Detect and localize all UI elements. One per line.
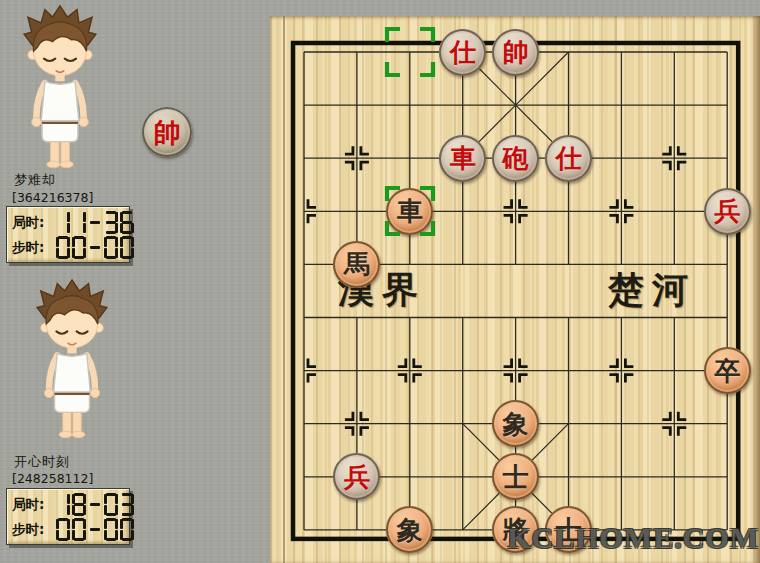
piece-char: 仕 [556,145,582,171]
game-time-label: 局时: [12,214,54,232]
player-sidebar: 帥 梦难却 [364216378] 局时: 步时: 开心时刻 [24825811… [0,0,270,563]
player-id-top: [364216378] [12,190,93,205]
piece-char: 士 [503,464,529,490]
step-time-label: 步时: [12,239,54,257]
player-id-bottom: [248258112] [12,471,93,486]
step-time-label: 步时: [12,521,54,539]
piece-char: 兵 [344,464,370,490]
piece-black-horse[interactable]: 馬 [333,241,380,288]
last-move-from-marker [384,26,436,78]
timer-panel-top: 局时: 步时: [6,206,130,263]
player-name-bottom: 开心时刻 [14,453,70,471]
piece-char: 兵 [714,198,740,224]
piece-char: 馬 [344,251,370,277]
piece-red-pawn-1[interactable]: 兵 [704,188,751,235]
red-side-indicator-piece: 帥 [142,107,192,157]
watermark: KCLHOME.COM [507,521,759,555]
piece-char: 車 [450,145,476,171]
piece-char: 象 [397,517,423,543]
indicator-piece-char: 帥 [154,119,181,146]
piece-red-cannon[interactable]: 砲 [492,135,539,182]
river-label-right: 楚河 [608,272,696,308]
piece-red-advisor-1[interactable]: 仕 [439,29,486,76]
piece-black-elephant-1[interactable]: 象 [492,400,539,447]
piece-char: 卒 [714,358,740,384]
piece-red-rook[interactable]: 車 [439,135,486,182]
piece-char: 帥 [503,39,529,65]
piece-char: 象 [503,411,529,437]
step-time-display [54,518,134,541]
step-time-display [54,236,134,259]
player-avatar-top [12,2,108,172]
player-name-top: 梦难却 [14,171,56,189]
xiangqi-board[interactable]: 漢界 楚河 仕帥車砲仕車兵馬卒象兵士象將士 [270,16,760,563]
piece-red-advisor-2[interactable]: 仕 [545,135,592,182]
game-time-label: 局时: [12,496,54,514]
piece-char: 仕 [450,39,476,65]
game-time-display [54,211,134,234]
last-move-to-marker [384,185,436,237]
piece-char: 砲 [503,145,529,171]
piece-red-general[interactable]: 帥 [492,29,539,76]
game-time-display [54,493,134,516]
timer-panel-bottom: 局时: 步时: [6,488,130,545]
player-avatar-bottom [26,276,118,442]
piece-black-pawn[interactable]: 卒 [704,347,751,394]
